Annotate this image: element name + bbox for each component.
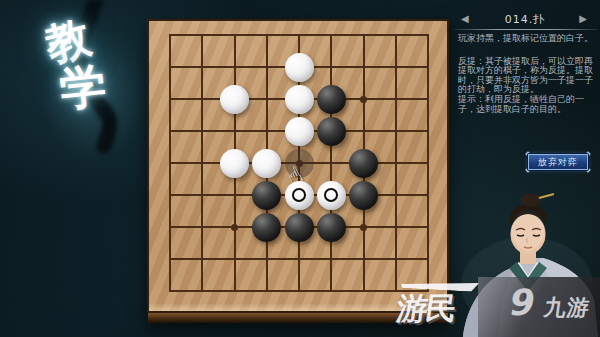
give-up-game-button[interactable]: 放弃对弈 [528,154,588,170]
game-screen: 教 学 ☝ ◀ 014.扑 ▶ 玩家持黑，提取标记位置的白子。 反提：其子被提取… [0,0,600,337]
stone-white [220,149,249,178]
stone-white [285,85,314,114]
stone-white [285,117,314,146]
stone-white [252,149,281,178]
go-board: ☝ [147,19,449,323]
stone-white-marked [317,181,346,210]
jiuyou-logo-icon: 9 [506,282,538,323]
rule-text: 反提：其子被提取后，可以立即再提取对方的棋子，称为反提。提取时，只要并非双方皆为… [458,57,595,95]
header-divider [454,29,598,30]
jiuyou-logo-text: 九游 [542,293,592,323]
give-up-button-frame: 放弃对弈 [527,153,589,171]
stone-white [285,53,314,82]
star-point [360,96,367,103]
stone-black [252,213,281,242]
jiuyou-watermark-banner: 9 九游 [478,277,600,337]
gamersky-watermark-text: 游民 [394,288,458,330]
grid-line-horizontal [169,258,429,260]
stone-black [349,181,378,210]
lesson-title: 014.扑 [450,12,600,27]
stone-black [317,85,346,114]
next-lesson-arrow-icon[interactable]: ▶ [579,13,587,25]
stone-black [317,213,346,242]
stone-black [252,181,281,210]
grid-line-vertical [330,34,332,292]
stone-black [285,213,314,242]
grid-line-horizontal [169,290,429,292]
objective-text: 玩家持黑，提取标记位置的白子。 [458,34,595,44]
hint-text: 提示：利用反提，牺牲自己的一子，达到提取白子的目的。 [458,95,595,114]
instruction-text: 玩家持黑，提取标记位置的白子。 反提：其子被提取后，可以立即再提取对方的棋子，称… [458,34,595,114]
stone-black [349,149,378,178]
grid-line-vertical [395,34,397,292]
board-grid[interactable]: ☝ [169,34,429,292]
stone-black [317,117,346,146]
calligraphy-char-learn: 学 [57,55,109,121]
stone-white [220,85,249,114]
stone-white-marked [285,181,314,210]
star-point [231,224,238,231]
star-point [360,224,367,231]
grid-line-vertical [427,34,429,292]
